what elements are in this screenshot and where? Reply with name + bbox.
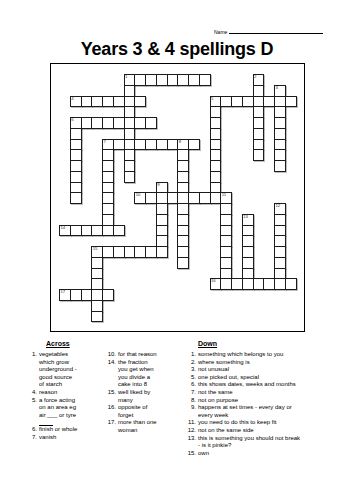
down-clue-3: 3.not unusual [183,366,333,374]
down-clue-number-1: 1. [183,351,198,359]
name-label: Name [214,29,227,35]
down-clue-text-8: not on purpose [198,397,238,405]
down-clues: 1.something which belongs to you2.where … [183,351,333,457]
across-clue-text-5: a force acting on an area eg air ___ or … [39,397,76,420]
across-clue-text-10: for that reason [118,351,157,359]
down-clue-5: 5.one picked out, special [183,374,333,382]
cell-c7-r2[interactable] [134,96,146,108]
across-clue-text-17: more than one woman [118,419,157,434]
down-clue-8: 8.not on purpose [183,397,333,405]
across-clue-text-4: reason [39,389,57,397]
down-clue-13: 13.this is something you should not brea… [183,435,333,450]
down-clue-number-15: 15. [183,450,198,458]
cell-c3-r22[interactable] [91,311,103,323]
across-clue-number-16: 16. [104,404,118,419]
across-clue-14: 14.the fraction you get when you divide … [104,359,176,389]
down-clue-text-11: you need to do this to keep fit [198,419,276,427]
across-clue-number-15: 15. [104,389,118,404]
down-clue-15: 15.own [183,450,333,458]
down-clue-number-9: 9. [183,404,198,419]
page-title: Years 3 & 4 spellings D [0,39,354,60]
down-clue-text-6: this shows dates, weeks and months [198,381,296,389]
across-clue-15: 15.well liked by many [104,389,176,404]
across-clue-number-5: 5. [28,397,39,420]
across-clue-number-6: 6. [28,426,39,434]
cell-c4-r20[interactable] [102,289,114,301]
down-clue-text-12: not on the same side [198,427,254,435]
across-clues-col2: 10.for that reason14.the fraction you ge… [104,351,176,435]
across-clue-text-1: vegetables which grow underground - good… [39,351,77,389]
across-clue-text-7: vanish [39,434,56,442]
across-clue-text-15: well liked by many [118,389,150,404]
cell-c11-r17[interactable] [177,257,189,269]
across-clue-17: 17.more than one woman [104,419,176,434]
across-clues-col1: 1.vegetables which grow underground - go… [28,351,94,442]
cell-c1-r11[interactable] [70,192,82,204]
down-clue-number-11: 11. [183,419,198,427]
down-clue-text-13: this is something you should not break -… [198,435,300,450]
down-clue-7: 7.not the same [183,389,333,397]
across-header: Across [46,340,70,348]
cell-c12-r6[interactable] [188,139,200,151]
down-clue-2: 2.where something is [183,359,333,367]
down-clue-12: 12.not on the same side [183,427,333,435]
down-clue-number-3: 3. [183,366,198,374]
down-clue-9: 9.happens at set times - every day or ev… [183,404,333,419]
cell-c13-r0[interactable] [199,74,211,86]
cell-c21-r19[interactable] [285,278,297,290]
down-clue-text-7: not the same [198,389,233,397]
across-clue-7: 7.vanish [28,434,94,442]
down-clue-number-13: 13. [183,435,198,450]
cell-c8-r4[interactable] [145,117,157,129]
across-clue-number-14: 14. [104,359,118,389]
down-clue-number-7: 7. [183,389,198,397]
down-clue-text-3: not unusual [198,366,229,374]
down-clue-number-2: 2. [183,359,198,367]
across-clue-1: 1.vegetables which grow underground - go… [28,351,94,389]
cell-c21-r2[interactable] [285,96,297,108]
name-row: Name [214,28,323,35]
across-clue-text-14: the fraction you get when you divide a c… [118,359,154,389]
cell-c18-r7[interactable] [253,149,265,161]
across-clue-16: 16.opposite of forget [104,404,176,419]
down-clue-11: 11.you need to do this to keep fit [183,419,333,427]
across-clue-number-1: 1. [28,351,39,389]
across-clue-4: 4.reason [28,389,94,397]
down-header: Down [198,340,217,348]
across-clue-number-10: 10. [104,351,118,359]
across-clue-number-7: 7. [28,434,39,442]
down-clue-1: 1.something which belongs to you [183,351,333,359]
down-clue-number-12: 12. [183,427,198,435]
across-clue-text-16: opposite of forget [118,404,147,419]
cell-c20-r8[interactable] [274,160,286,172]
down-clue-text-15: own [198,450,209,458]
down-clue-6: 6.this shows dates, weeks and months [183,381,333,389]
across-clue-6: 6.finish or whole [28,426,94,434]
cell-c6-r9[interactable] [124,171,136,183]
across-clue-number-4: 4. [28,389,39,397]
crossword-grid: 1234567891011121314151617 [50,63,305,332]
down-clue-number-8: 8. [183,397,198,405]
down-clue-number-6: 6. [183,381,198,389]
down-clue-text-1: something which belongs to you [198,351,283,359]
down-clue-text-2: where something is [198,359,250,367]
cell-c9-r16[interactable] [156,246,168,258]
down-clue-number-5: 5. [183,374,198,382]
down-clue-text-5: one picked out, special [198,374,259,382]
down-clue-text-9: happens at set times - every day or ever… [198,404,292,419]
cell-c5-r14[interactable] [113,225,125,237]
across-clue-5: 5.a force acting on an area eg air ___ o… [28,397,94,420]
across-clue-10: 10.for that reason [104,351,176,359]
across-clue-number-17: 17. [104,419,118,434]
across-clue-text-6: finish or whole [39,426,77,434]
name-blank-line [229,28,323,34]
